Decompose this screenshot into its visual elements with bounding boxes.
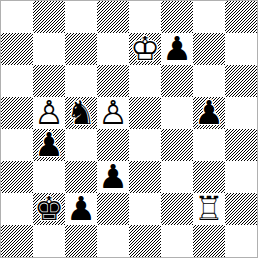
square-c6[interactable] bbox=[65, 65, 97, 97]
pawn-fill-layer: ♟ bbox=[33, 128, 65, 160]
piece-black-pawn[interactable]: ♟♟ bbox=[161, 33, 193, 65]
square-c5[interactable]: ♞♞ bbox=[65, 97, 97, 129]
chess-diagram: ♚♔♟♟♟♙♞♞♟♙♟♟♟♟♟♟♚♚♟♟♜♖ bbox=[0, 0, 258, 258]
pawn-solid-icon: ♟ bbox=[33, 128, 65, 160]
square-h5[interactable] bbox=[225, 97, 257, 129]
square-h7[interactable] bbox=[225, 33, 257, 65]
pawn-fill-layer: ♟ bbox=[97, 96, 129, 128]
square-b7[interactable] bbox=[33, 33, 65, 65]
square-f6[interactable] bbox=[161, 65, 193, 97]
square-d5[interactable]: ♟♙ bbox=[97, 97, 129, 129]
square-d3[interactable]: ♟♟ bbox=[97, 161, 129, 193]
piece-white-rook[interactable]: ♜♖ bbox=[193, 193, 225, 225]
king-outline-icon: ♔ bbox=[129, 32, 161, 64]
square-d6[interactable] bbox=[97, 65, 129, 97]
square-h6[interactable] bbox=[225, 65, 257, 97]
square-a3[interactable] bbox=[1, 161, 33, 193]
square-b5[interactable]: ♟♙ bbox=[33, 97, 65, 129]
piece-white-pawn[interactable]: ♟♙ bbox=[33, 97, 65, 129]
pawn-fill-layer: ♟ bbox=[161, 32, 193, 64]
square-e8[interactable] bbox=[129, 1, 161, 33]
square-a1[interactable] bbox=[1, 225, 33, 257]
king-fill-layer: ♚ bbox=[33, 192, 65, 224]
pawn-solid-icon: ♟ bbox=[161, 32, 193, 64]
square-b8[interactable] bbox=[33, 1, 65, 33]
pawn-fill-layer: ♟ bbox=[65, 192, 97, 224]
square-e3[interactable] bbox=[129, 161, 161, 193]
square-a7[interactable] bbox=[1, 33, 33, 65]
knight-fill-layer: ♞ bbox=[65, 96, 97, 128]
square-b2[interactable]: ♚♚ bbox=[33, 193, 65, 225]
square-g1[interactable] bbox=[193, 225, 225, 257]
square-g3[interactable] bbox=[193, 161, 225, 193]
pawn-solid-icon: ♟ bbox=[65, 192, 97, 224]
piece-black-pawn[interactable]: ♟♟ bbox=[193, 97, 225, 129]
square-e7[interactable]: ♚♔ bbox=[129, 33, 161, 65]
square-g2[interactable]: ♜♖ bbox=[193, 193, 225, 225]
square-c2[interactable]: ♟♟ bbox=[65, 193, 97, 225]
square-c4[interactable] bbox=[65, 129, 97, 161]
square-g8[interactable] bbox=[193, 1, 225, 33]
square-h1[interactable] bbox=[225, 225, 257, 257]
square-c3[interactable] bbox=[65, 161, 97, 193]
square-e6[interactable] bbox=[129, 65, 161, 97]
pawn-fill-layer: ♟ bbox=[97, 160, 129, 192]
square-f8[interactable] bbox=[161, 1, 193, 33]
square-f1[interactable] bbox=[161, 225, 193, 257]
square-a2[interactable] bbox=[1, 193, 33, 225]
square-h8[interactable] bbox=[225, 1, 257, 33]
square-h3[interactable] bbox=[225, 161, 257, 193]
piece-black-pawn[interactable]: ♟♟ bbox=[33, 129, 65, 161]
square-b3[interactable] bbox=[33, 161, 65, 193]
pawn-fill-layer: ♟ bbox=[193, 96, 225, 128]
king-fill-layer: ♚ bbox=[129, 32, 161, 64]
rook-fill-layer: ♜ bbox=[193, 192, 225, 224]
square-e5[interactable] bbox=[129, 97, 161, 129]
square-c1[interactable] bbox=[65, 225, 97, 257]
square-g5[interactable]: ♟♟ bbox=[193, 97, 225, 129]
piece-white-king[interactable]: ♚♔ bbox=[129, 33, 161, 65]
pawn-solid-icon: ♟ bbox=[97, 160, 129, 192]
square-d1[interactable] bbox=[97, 225, 129, 257]
square-g6[interactable] bbox=[193, 65, 225, 97]
square-a4[interactable] bbox=[1, 129, 33, 161]
square-g7[interactable] bbox=[193, 33, 225, 65]
square-b1[interactable] bbox=[33, 225, 65, 257]
square-c8[interactable] bbox=[65, 1, 97, 33]
square-d8[interactable] bbox=[97, 1, 129, 33]
rook-outline-icon: ♖ bbox=[193, 192, 225, 224]
piece-black-knight[interactable]: ♞♞ bbox=[65, 97, 97, 129]
piece-white-pawn[interactable]: ♟♙ bbox=[97, 97, 129, 129]
square-e2[interactable] bbox=[129, 193, 161, 225]
square-d4[interactable] bbox=[97, 129, 129, 161]
square-c7[interactable] bbox=[65, 33, 97, 65]
piece-black-king[interactable]: ♚♚ bbox=[33, 193, 65, 225]
pawn-outline-icon: ♙ bbox=[97, 96, 129, 128]
square-h2[interactable] bbox=[225, 193, 257, 225]
king-solid-icon: ♚ bbox=[33, 192, 65, 224]
pawn-outline-icon: ♙ bbox=[33, 96, 65, 128]
square-d2[interactable] bbox=[97, 193, 129, 225]
square-a5[interactable] bbox=[1, 97, 33, 129]
square-g4[interactable] bbox=[193, 129, 225, 161]
square-b4[interactable]: ♟♟ bbox=[33, 129, 65, 161]
square-e1[interactable] bbox=[129, 225, 161, 257]
square-f2[interactable] bbox=[161, 193, 193, 225]
square-f4[interactable] bbox=[161, 129, 193, 161]
square-f3[interactable] bbox=[161, 161, 193, 193]
square-e4[interactable] bbox=[129, 129, 161, 161]
chess-board: ♚♔♟♟♟♙♞♞♟♙♟♟♟♟♟♟♚♚♟♟♜♖ bbox=[1, 1, 257, 257]
pawn-solid-icon: ♟ bbox=[193, 96, 225, 128]
square-h4[interactable] bbox=[225, 129, 257, 161]
square-f5[interactable] bbox=[161, 97, 193, 129]
knight-solid-icon: ♞ bbox=[65, 96, 97, 128]
piece-black-pawn[interactable]: ♟♟ bbox=[65, 193, 97, 225]
square-f7[interactable]: ♟♟ bbox=[161, 33, 193, 65]
square-a6[interactable] bbox=[1, 65, 33, 97]
piece-black-pawn[interactable]: ♟♟ bbox=[97, 161, 129, 193]
square-d7[interactable] bbox=[97, 33, 129, 65]
square-a8[interactable] bbox=[1, 1, 33, 33]
pawn-fill-layer: ♟ bbox=[33, 96, 65, 128]
square-b6[interactable] bbox=[33, 65, 65, 97]
